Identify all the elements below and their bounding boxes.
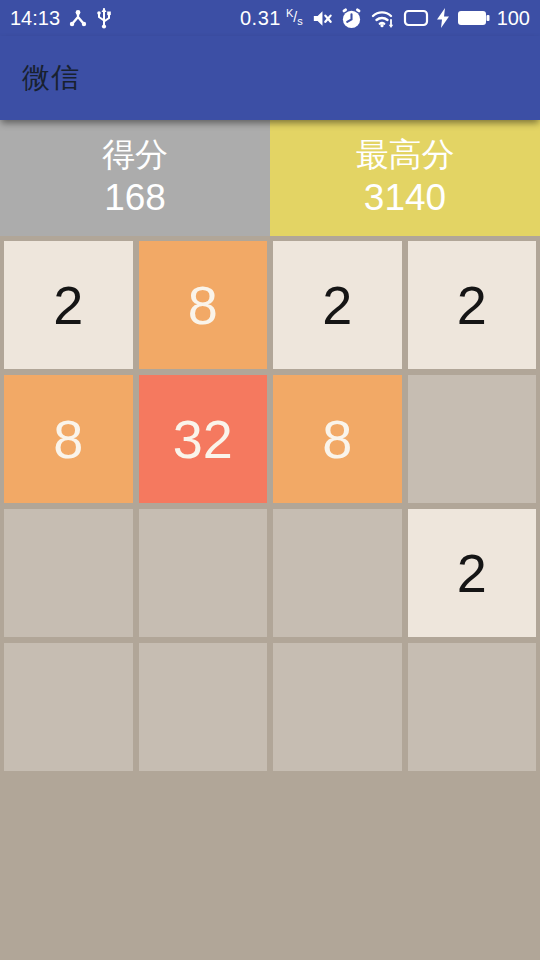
tile-2-r1c4: 2 — [408, 241, 537, 369]
empty-cell-r3c1 — [4, 509, 133, 637]
game-board[interactable]: 282283282 — [0, 236, 540, 776]
best-score-panel: 最高分 3140 — [270, 120, 540, 236]
empty-cell-r3c3 — [273, 509, 402, 637]
sim-card-icon — [403, 7, 429, 29]
mute-icon — [310, 7, 333, 30]
tile-2-r3c4: 2 — [408, 509, 537, 637]
charging-bolt-icon — [436, 7, 450, 29]
current-score-panel: 得分 168 — [0, 120, 270, 236]
scoreboard: 得分 168 最高分 3140 — [0, 120, 540, 236]
app-title: 微信 — [22, 59, 80, 97]
score-value: 168 — [104, 178, 166, 219]
tile-2-r1c1: 2 — [4, 241, 133, 369]
status-bar-left: 14:13 — [10, 6, 112, 30]
battery-percent: 100 — [497, 7, 530, 30]
empty-cell-r4c1 — [4, 643, 133, 771]
status-bar: 14:13 — [0, 0, 540, 36]
score-label: 得分 — [102, 137, 168, 173]
best-score-value: 3140 — [364, 178, 446, 219]
app-bar: 微信 — [0, 36, 540, 120]
best-score-label: 最高分 — [356, 137, 455, 173]
network-speed: 0.31 — [240, 7, 281, 30]
clock-time: 14:13 — [10, 7, 60, 30]
empty-cell-r4c2 — [139, 643, 268, 771]
status-bar-right: 0.31 K/s — [240, 7, 530, 30]
tile-32-r2c2: 32 — [139, 375, 268, 503]
tile-8-r2c1: 8 — [4, 375, 133, 503]
tile-8-r1c2: 8 — [139, 241, 268, 369]
empty-cell-r4c3 — [273, 643, 402, 771]
background-area — [0, 776, 540, 960]
empty-cell-r3c2 — [139, 509, 268, 637]
battery-icon — [457, 8, 490, 28]
usb-icon — [96, 6, 112, 30]
adb-debug-icon — [67, 7, 89, 29]
tile-2-r1c3: 2 — [273, 241, 402, 369]
network-speed-unit: K/s — [286, 10, 303, 26]
wifi-icon — [370, 7, 396, 30]
empty-cell-r4c4 — [408, 643, 537, 771]
empty-cell-r2c4 — [408, 375, 537, 503]
alarm-icon — [340, 7, 363, 30]
screen: 14:13 — [0, 0, 540, 960]
tile-8-r2c3: 8 — [273, 375, 402, 503]
